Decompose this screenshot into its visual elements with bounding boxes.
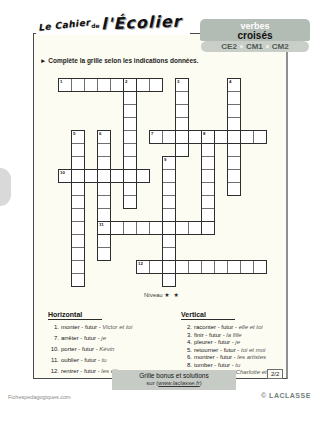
grid-cell-r8c1[interactable] <box>71 182 85 196</box>
clue-item-subject: les artistes <box>237 354 266 360</box>
clue-number-9: 9 <box>164 157 166 161</box>
grid-cell-r4c12[interactable] <box>214 130 228 144</box>
grid-cell-r9c8[interactable] <box>162 195 176 209</box>
grid-cell-r8c11[interactable] <box>201 182 215 196</box>
clues-vertical-title: Vertical <box>181 311 235 320</box>
grid-cell-r10c11[interactable] <box>201 208 215 222</box>
grid-cell-r14c1[interactable] <box>71 260 85 274</box>
difficulty-level: Niveau ★ ★ <box>144 291 180 298</box>
clue-item-7: 7.arrêter - futur - je <box>48 335 178 342</box>
grid-cell-r11c11[interactable] <box>201 221 215 235</box>
grid-cell-r9c5[interactable] <box>123 195 137 209</box>
cahier-ecolier-logo: Le Cahierdel'Écolier <box>36 12 190 35</box>
clue-item-number: 5. <box>181 347 192 354</box>
grid-cell-r8c3[interactable] <box>97 182 111 196</box>
difficulty-label: Niveau <box>144 292 163 298</box>
bonus-url-suffix: ) <box>200 380 202 386</box>
grid-cell-r14c12[interactable] <box>214 260 228 274</box>
clue-item-subject: je <box>235 339 240 345</box>
clues-horizontal-title: Horizontal <box>48 311 102 320</box>
grid-cell-r13c8[interactable] <box>162 247 176 261</box>
clue-item-text: retourner - futur - toi et moi <box>194 347 265 354</box>
grid-cell-r5c11[interactable] <box>201 143 215 157</box>
clue-item-number: 6. <box>181 354 192 361</box>
badge-title-croises: croisés <box>200 31 310 41</box>
clue-item-6: 6.montrer - futur - les artistes <box>181 354 299 361</box>
clue-item-text: raconter - futur - elle et toi <box>194 324 263 331</box>
page-number: 2/2 <box>267 369 283 379</box>
bonus-solutions-box: Grille bonus et solutions sur (www.lacla… <box>112 370 236 390</box>
grade-levels-bar: CE2CM1CM2 <box>201 41 309 52</box>
grid-cell-r0c3[interactable] <box>97 78 111 92</box>
grid-cell-r5c5[interactable] <box>123 143 137 157</box>
grid-cell-r0c9[interactable]: 3 <box>175 78 189 92</box>
grid-cell-r11c10[interactable] <box>188 221 202 235</box>
grid-cell-r6c1[interactable] <box>71 156 85 170</box>
clue-item-number: 8. <box>181 362 192 369</box>
grid-cell-r5c1[interactable] <box>71 143 85 157</box>
grid-cell-r0c6[interactable] <box>136 78 150 92</box>
clue-number-3: 3 <box>177 79 179 83</box>
grid-cell-r7c3[interactable] <box>97 169 111 183</box>
grid-cell-r5c9[interactable] <box>175 143 189 157</box>
grade-level-cm2: CM2 <box>272 42 289 51</box>
clue-item-number: 3. <box>181 332 192 339</box>
grid-cell-r4c5[interactable] <box>123 130 137 144</box>
grid-cell-r7c5[interactable] <box>123 169 137 183</box>
grid-cell-r2c9[interactable] <box>175 104 189 118</box>
clue-number-2: 2 <box>125 79 127 83</box>
clue-item-10: 10.porter - futur - Kévin <box>48 346 178 353</box>
grid-cell-r4c9[interactable] <box>175 130 189 144</box>
grid-cell-r14c11[interactable] <box>201 260 215 274</box>
clue-item-1: 1.monter - futur - Victor et toi <box>48 324 178 331</box>
grid-cell-r4c14[interactable] <box>240 130 254 144</box>
clue-item-number: 2. <box>181 324 192 331</box>
grid-cell-r6c3[interactable] <box>97 156 111 170</box>
clue-item-4: 4.pleurer - futur - je <box>181 339 299 346</box>
grid-cell-r11c4[interactable] <box>110 221 124 235</box>
logo-text-de: de <box>91 22 99 29</box>
grid-cell-r4c10[interactable] <box>188 130 202 144</box>
clue-item-number: 12. <box>48 368 59 375</box>
grid-cell-r3c13[interactable] <box>227 117 241 131</box>
worksheet-page: Le Cahierdel'Écolier verbes croisés CE2C… <box>0 0 330 422</box>
grid-cell-r7c8[interactable] <box>162 169 176 183</box>
grid-cell-r11c6[interactable] <box>136 221 150 235</box>
laclasse-logo: © LACLASSE <box>261 392 311 399</box>
clue-item-number: 7. <box>48 335 59 342</box>
grid-cell-r4c1[interactable]: 5 <box>71 130 85 144</box>
grid-cell-r1c5[interactable] <box>123 91 137 105</box>
clue-number-1: 1 <box>60 79 62 83</box>
clues-vertical-list: 2.raconter - futur - elle et toi3.finir … <box>181 324 299 376</box>
clue-item-subject: Victor et toi <box>102 324 132 330</box>
bonus-url-prefix: sur ( <box>146 380 158 386</box>
grid-cell-r8c5[interactable] <box>123 182 137 196</box>
grid-cell-r11c9[interactable] <box>175 221 189 235</box>
clue-item-subject: la fille <box>226 332 241 338</box>
grid-cell-r0c0[interactable]: 1 <box>58 78 72 92</box>
grid-cell-r11c8[interactable] <box>162 221 176 235</box>
grid-cell-r9c11[interactable] <box>201 195 215 209</box>
grid-cell-r5c13[interactable] <box>227 143 241 157</box>
title-badge: verbes croisés <box>200 19 310 41</box>
binder-tab <box>0 168 11 206</box>
grid-cell-r0c1[interactable] <box>71 78 85 92</box>
grid-cell-r3c5[interactable] <box>123 117 137 131</box>
clue-item-number: 1. <box>48 324 59 331</box>
grid-cell-r10c8[interactable] <box>162 208 176 222</box>
grid-cell-r6c11[interactable] <box>201 156 215 170</box>
grid-cell-r7c4[interactable] <box>110 169 124 183</box>
grid-cell-r14c15[interactable] <box>253 260 267 274</box>
grid-cell-r4c7[interactable]: 7 <box>149 130 163 144</box>
grid-cell-r0c7[interactable] <box>149 78 163 92</box>
clue-item-text: finir - futur - la fille <box>194 332 242 339</box>
clue-item-number: 11. <box>48 357 59 364</box>
level-separator-dot <box>240 45 243 48</box>
clue-item-subject: tu <box>235 362 240 368</box>
grid-cell-r15c1[interactable] <box>71 273 85 287</box>
clue-number-6: 6 <box>99 131 101 135</box>
grid-cell-r0c2[interactable] <box>84 78 98 92</box>
grid-cell-r4c11[interactable]: 8 <box>201 130 215 144</box>
grid-cell-r14c7[interactable] <box>149 260 163 274</box>
grid-cell-r1c13[interactable] <box>227 91 241 105</box>
grid-cell-r11c1[interactable] <box>71 221 85 235</box>
bonus-url-line: sur (www.laclasse.fr) <box>112 380 236 387</box>
clue-item-text: pleurer - futur - je <box>194 339 240 346</box>
clue-number-10: 10 <box>60 170 65 174</box>
grid-cell-r7c1[interactable] <box>71 169 85 183</box>
clue-item-text: arrêter - futur - je <box>61 335 106 342</box>
clue-item-number: 4. <box>181 339 192 346</box>
grid-cell-r13c1[interactable] <box>71 247 85 261</box>
grade-level-cm1: CM1 <box>246 42 263 51</box>
clue-number-7: 7 <box>151 131 153 135</box>
clues-horizontal-section: Horizontal 1.monter - futur - Victor et … <box>48 303 178 379</box>
clue-number-12: 12 <box>138 261 143 265</box>
grid-cell-r1c9[interactable] <box>175 91 189 105</box>
logo-text-main: l'Écolier <box>100 12 181 34</box>
grid-cell-r15c8[interactable] <box>162 273 176 287</box>
grid-cell-r12c1[interactable] <box>71 234 85 248</box>
grid-cell-r0c4[interactable] <box>110 78 124 92</box>
clue-item-text: monter - futur - Victor et toi <box>61 324 132 331</box>
grid-cell-r11c3[interactable]: 11 <box>97 221 111 235</box>
clue-item-text: porter - futur - Kévin <box>61 346 114 353</box>
grid-cell-r0c5[interactable]: 2 <box>123 78 137 92</box>
grid-cell-r10c3[interactable] <box>97 208 111 222</box>
grid-cell-r7c6[interactable] <box>136 169 150 183</box>
clue-item-11: 11.oublier - futur - tu <box>48 357 178 364</box>
grid-cell-r7c2[interactable] <box>84 169 98 183</box>
logo-text-small: Le Cahier <box>38 17 91 32</box>
clue-item-subject: Kévin <box>99 346 114 352</box>
grid-cell-r5c3[interactable] <box>97 143 111 157</box>
grid-cell-r11c7[interactable] <box>149 221 163 235</box>
instruction-text: ► Complète la grille selon les indicatio… <box>40 57 199 64</box>
clue-item-text: tomber - futur - tu <box>194 362 240 369</box>
grid-cell-r14c8[interactable] <box>162 260 176 274</box>
grid-cell-r2c13[interactable] <box>227 104 241 118</box>
clue-item-number: 10. <box>48 346 59 353</box>
grid-cell-r4c13[interactable] <box>227 130 241 144</box>
grid-cell-r3c9[interactable] <box>175 117 189 131</box>
grid-cell-r6c13[interactable] <box>227 156 241 170</box>
grid-cell-r2c5[interactable] <box>123 104 137 118</box>
grid-cell-r11c5[interactable] <box>123 221 137 235</box>
grid-cell-r6c8[interactable]: 9 <box>162 156 176 170</box>
grid-cell-r4c8[interactable] <box>162 130 176 144</box>
grid-cell-r12c8[interactable] <box>162 234 176 248</box>
grid-cell-r14c13[interactable] <box>227 260 241 274</box>
grid-cell-r9c3[interactable] <box>97 195 111 209</box>
clue-item-3: 3.finir - futur - la fille <box>181 332 299 339</box>
grid-cell-r13c3[interactable] <box>97 247 111 261</box>
crossword-board: 123456789101112 <box>58 78 268 288</box>
difficulty-stars: ★ ★ <box>164 292 179 298</box>
grid-cell-r7c13[interactable] <box>227 169 241 183</box>
grid-cell-r4c15[interactable] <box>253 130 267 144</box>
clue-item-8: 8.tomber - futur - tu <box>181 362 299 369</box>
grid-cell-r14c9[interactable] <box>175 260 189 274</box>
clues-vertical-section: Vertical 2.raconter - futur - elle et to… <box>181 303 299 377</box>
clue-item-subject: tu <box>102 357 107 363</box>
grid-cell-r14c6[interactable]: 12 <box>136 260 150 274</box>
fichespedagogiques-credit: Fichespedagogiques.com <box>8 394 71 400</box>
clue-item-text: oublier - futur - tu <box>61 357 107 364</box>
grid-cell-r7c11[interactable] <box>201 169 215 183</box>
grade-level-ce2: CE2 <box>221 42 237 51</box>
level-separator-dot <box>266 45 269 48</box>
clue-number-8: 8 <box>203 131 205 135</box>
grid-cell-r9c1[interactable] <box>71 195 85 209</box>
clue-item-text: montrer - futur - les artistes <box>194 354 266 361</box>
clue-item-5: 5.retourner - futur - toi et moi <box>181 347 299 354</box>
grid-cell-r4c3[interactable]: 6 <box>97 130 111 144</box>
clue-number-5: 5 <box>73 131 75 135</box>
clues-horizontal-list: 1.monter - futur - Victor et toi7.arrête… <box>48 324 178 375</box>
laclasse-link[interactable]: www.laclasse.fr <box>158 380 199 386</box>
grid-cell-r7c0[interactable]: 10 <box>58 169 72 183</box>
grid-cell-r10c1[interactable] <box>71 208 85 222</box>
grid-cell-r14c14[interactable] <box>240 260 254 274</box>
clue-item-subject: toi et moi <box>241 347 265 353</box>
clue-number-4: 4 <box>229 79 231 83</box>
bonus-text: Grille bonus et solutions <box>112 372 236 380</box>
grid-cell-r8c8[interactable] <box>162 182 176 196</box>
grid-cell-r6c5[interactable] <box>123 156 137 170</box>
grid-cell-r12c3[interactable] <box>97 234 111 248</box>
clue-item-2: 2.raconter - futur - elle et toi <box>181 324 299 331</box>
grid-cell-r0c13[interactable]: 4 <box>227 78 241 92</box>
grid-cell-r14c10[interactable] <box>188 260 202 274</box>
clue-number-11: 11 <box>99 222 104 226</box>
clue-item-subject: elle et toi <box>239 324 263 330</box>
clue-item-subject: je <box>101 335 106 341</box>
grid-cell-r8c13[interactable] <box>227 182 241 196</box>
